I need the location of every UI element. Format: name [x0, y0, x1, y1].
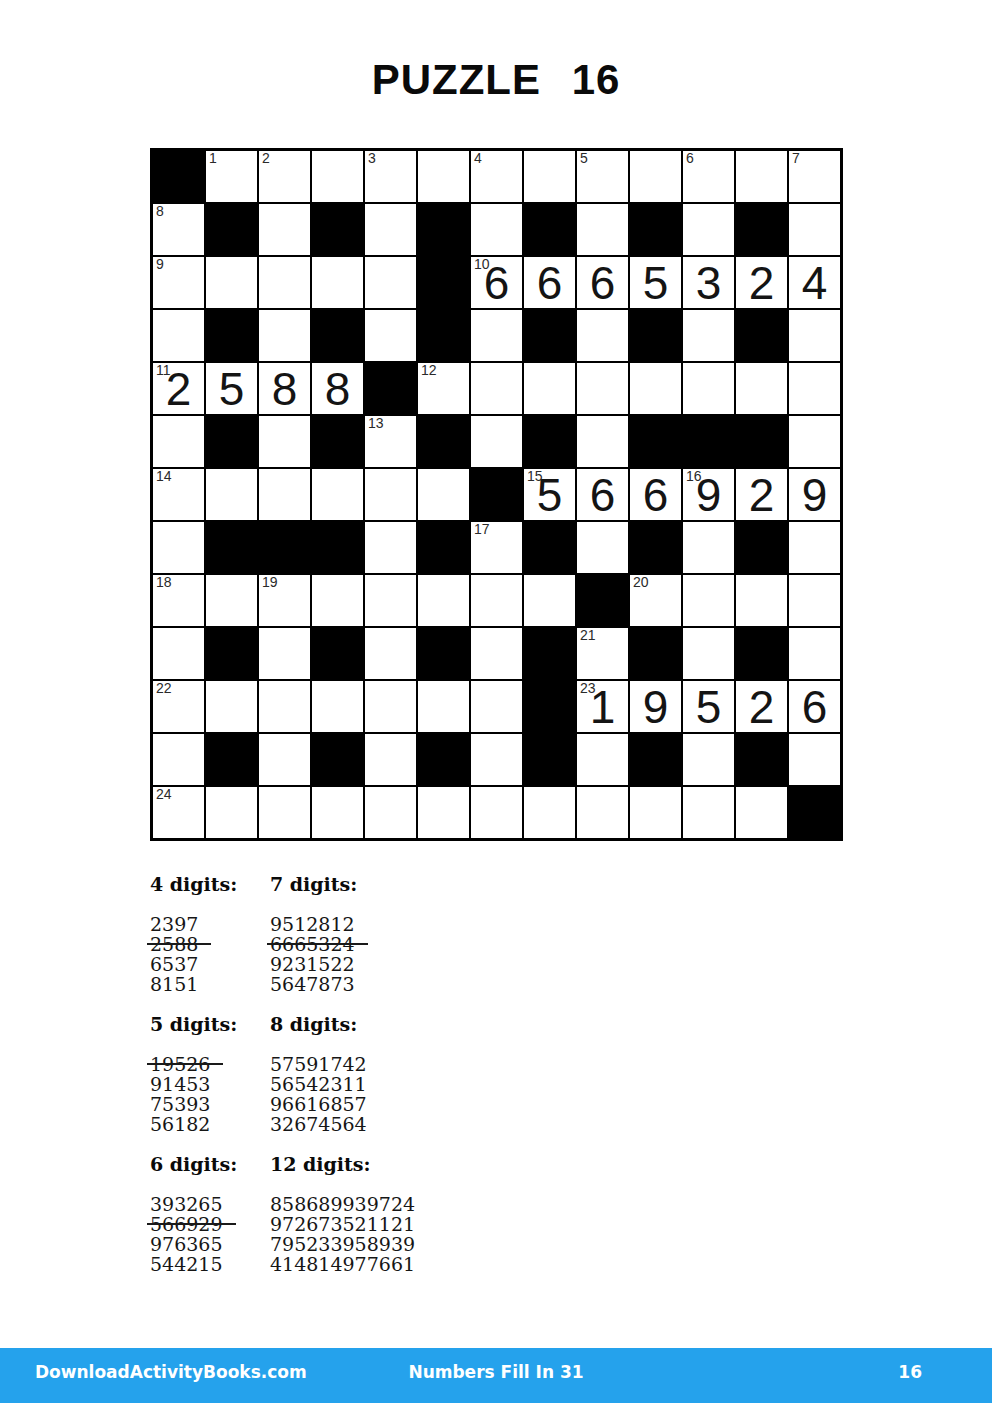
grid-cell-r11c4[interactable] [312, 681, 363, 732]
grid-cell-r11c2[interactable] [206, 681, 257, 732]
grid-cell-r9c2[interactable] [206, 575, 257, 626]
grid-cell-r8c5[interactable] [365, 522, 416, 573]
list-section-header: 7 digits: [270, 874, 415, 894]
clue-number: 7 [792, 151, 800, 166]
grid-cell-r12c10 [630, 734, 681, 785]
clue-number: 9 [156, 257, 164, 272]
list-section-12-digits: 12 digits:858689939724972673521121795233… [270, 1154, 415, 1274]
grid-cell-r6c5[interactable]: 13 [365, 416, 416, 467]
grid-cell-r5c1[interactable]: 112 [153, 363, 204, 414]
grid-cell-r3c8[interactable]: 6 [524, 257, 575, 308]
grid-cell-r5c4[interactable]: 8 [312, 363, 363, 414]
grid-cell-r5c2[interactable]: 5 [206, 363, 257, 414]
grid-cell-r3c1[interactable]: 9 [153, 257, 204, 308]
list-entry: 414814977661 [270, 1254, 415, 1274]
grid-cell-r6c2 [206, 416, 257, 467]
grid-cell-r11c9[interactable]: 231 [577, 681, 628, 732]
list-entry: 9512812 [270, 914, 355, 934]
grid-cell-r7c12[interactable]: 2 [736, 469, 787, 520]
grid-cell-r6c1[interactable] [153, 416, 204, 467]
grid-cell-r9c12[interactable] [736, 575, 787, 626]
grid-cell-r13c6[interactable] [418, 787, 469, 838]
grid-cell-r7c7 [471, 469, 522, 520]
grid-cell-r3c11[interactable]: 3 [683, 257, 734, 308]
clue-number: 11 [156, 363, 171, 378]
cell-digit: 5 [630, 257, 681, 310]
grid-cell-r7c2[interactable] [206, 469, 257, 520]
grid-cell-r4c7[interactable] [471, 310, 522, 361]
grid-cell-r8c2 [206, 522, 257, 573]
grid-cell-r1c10[interactable] [630, 151, 681, 202]
grid-cell-r7c9[interactable]: 6 [577, 469, 628, 520]
grid-cell-r12c2 [206, 734, 257, 785]
clue-number: 21 [580, 628, 596, 643]
grid-cell-r6c6 [418, 416, 469, 467]
footer-book-title: Numbers Fill In 31 [408, 1362, 583, 1382]
clue-number: 8 [156, 204, 164, 219]
grid-cell-r11c10[interactable]: 9 [630, 681, 681, 732]
grid-cell-r8c11[interactable] [683, 522, 734, 573]
list-section-header: 5 digits: [150, 1014, 270, 1034]
grid-cell-r10c9[interactable]: 21 [577, 628, 628, 679]
grid-cell-r9c3[interactable]: 19 [259, 575, 310, 626]
list-section-header: 8 digits: [270, 1014, 415, 1034]
grid-cell-r12c8 [524, 734, 575, 785]
clue-number: 2 [262, 151, 270, 166]
grid-cell-r10c3[interactable] [259, 628, 310, 679]
grid-cell-r2c12 [736, 204, 787, 255]
grid-cell-r6c9[interactable] [577, 416, 628, 467]
grid-cell-r12c11[interactable] [683, 734, 734, 785]
grid-cell-r9c11[interactable] [683, 575, 734, 626]
list-entry: 2397 [150, 914, 198, 934]
cell-digit: 6 [630, 469, 681, 522]
grid-cell-r12c1[interactable] [153, 734, 204, 785]
list-entry: 972673521121 [270, 1214, 415, 1234]
cell-digit: 2 [736, 257, 787, 310]
cell-digit: 8 [312, 363, 363, 416]
grid-cell-r4c6 [418, 310, 469, 361]
list-section-6-digits: 6 digits:393265566929976365544215 [150, 1154, 270, 1274]
grid-cell-r5c11[interactable] [683, 363, 734, 414]
grid-cell-r3c2[interactable] [206, 257, 257, 308]
list-entry-struck: 19526 [150, 1054, 210, 1074]
clue-number: 24 [156, 787, 172, 802]
grid-cell-r9c9 [577, 575, 628, 626]
footer-bar: DownloadActivityBooks.com Numbers Fill I… [0, 1348, 992, 1403]
grid-cell-r8c1[interactable] [153, 522, 204, 573]
grid-cell-r13c10[interactable] [630, 787, 681, 838]
grid-cell-r4c2 [206, 310, 257, 361]
grid-cell-r11c3[interactable] [259, 681, 310, 732]
clue-number: 15 [527, 469, 543, 484]
grid-cell-r9c4[interactable] [312, 575, 363, 626]
clue-number: 19 [262, 575, 278, 590]
cell-digit: 8 [259, 363, 310, 416]
grid-cell-r8c12 [736, 522, 787, 573]
clue-number: 16 [686, 469, 702, 484]
grid-cell-r13c9[interactable] [577, 787, 628, 838]
grid-cell-r4c4 [312, 310, 363, 361]
grid-cell-r8c6 [418, 522, 469, 573]
grid-cell-r9c5[interactable] [365, 575, 416, 626]
page-title: PUZZLE 16 [0, 58, 992, 102]
grid-cell-r9c8[interactable] [524, 575, 575, 626]
clue-number: 22 [156, 681, 172, 696]
grid-cell-r3c12[interactable]: 2 [736, 257, 787, 308]
grid-cell-r5c12[interactable] [736, 363, 787, 414]
grid-cell-r12c3[interactable] [259, 734, 310, 785]
grid-cell-r12c4 [312, 734, 363, 785]
list-entry: 9231522 [270, 954, 355, 974]
cell-digit: 6 [577, 257, 628, 310]
grid-cell-r10c2 [206, 628, 257, 679]
list-entry: 91453 [150, 1074, 210, 1094]
grid-cell-r13c5[interactable] [365, 787, 416, 838]
grid-cell-r2c5[interactable] [365, 204, 416, 255]
grid-cell-r1c1 [153, 151, 204, 202]
clue-number: 12 [421, 363, 437, 378]
list-entry: 976365 [150, 1234, 223, 1254]
clue-number: 17 [474, 522, 490, 537]
clue-number: 10 [474, 257, 490, 272]
cell-digit: 6 [577, 469, 628, 522]
grid-cell-r2c10 [630, 204, 681, 255]
grid-cell-r8c13[interactable] [789, 522, 840, 573]
cell-digit: 3 [683, 257, 734, 310]
cell-digit: 2 [736, 469, 787, 522]
grid-cell-r1c2[interactable]: 1 [206, 151, 257, 202]
grid-cell-r8c3 [259, 522, 310, 573]
grid-cell-r12c7[interactable] [471, 734, 522, 785]
grid-cell-r1c5[interactable]: 3 [365, 151, 416, 202]
grid-cell-r10c10 [630, 628, 681, 679]
list-entry: 56542311 [270, 1074, 367, 1094]
list-entry: 6537 [150, 954, 198, 974]
grid-cell-r2c8 [524, 204, 575, 255]
list-entry-struck: 2588 [150, 934, 198, 954]
grid-cell-r12c6 [418, 734, 469, 785]
grid-cell-r13c8[interactable] [524, 787, 575, 838]
grid-cell-r4c3[interactable] [259, 310, 310, 361]
grid-cell-r2c4 [312, 204, 363, 255]
clue-number: 20 [633, 575, 649, 590]
clue-number: 4 [474, 151, 482, 166]
list-entry: 56182 [150, 1114, 210, 1134]
grid-cell-r7c1[interactable]: 14 [153, 469, 204, 520]
grid-cell-r10c8 [524, 628, 575, 679]
list-section-8-digits: 8 digits:5759174256542311966168573267456… [270, 1014, 415, 1134]
cell-digit: 6 [789, 681, 840, 734]
grid-cell-r13c13 [789, 787, 840, 838]
puzzle-grid: 1234567891066653241125881213141556616929… [150, 148, 843, 841]
list-entry: 57591742 [270, 1054, 367, 1074]
grid-cell-r5c13[interactable] [789, 363, 840, 414]
grid-cell-r3c3[interactable] [259, 257, 310, 308]
grid-cell-r5c6[interactable]: 12 [418, 363, 469, 414]
grid-cell-r1c12[interactable] [736, 151, 787, 202]
grid-cell-r5c8[interactable] [524, 363, 575, 414]
cell-digit: 2 [736, 681, 787, 734]
clue-number: 1 [209, 151, 217, 166]
grid-cell-r13c4[interactable] [312, 787, 363, 838]
clue-number: 18 [156, 575, 172, 590]
list-section-4-digits: 4 digits:2397258865378151 [150, 874, 270, 994]
grid-cell-r6c4 [312, 416, 363, 467]
cell-digit: 5 [206, 363, 257, 416]
list-entry: 5647873 [270, 974, 355, 994]
list-entry: 96616857 [270, 1094, 367, 1114]
grid-cell-r3c13[interactable]: 4 [789, 257, 840, 308]
grid-cell-r6c12 [736, 416, 787, 467]
grid-cell-r2c2 [206, 204, 257, 255]
grid-cell-r4c1[interactable] [153, 310, 204, 361]
grid-cell-r3c4[interactable] [312, 257, 363, 308]
grid-cell-r2c6 [418, 204, 469, 255]
grid-cell-r9c6[interactable] [418, 575, 469, 626]
grid-cell-r2c3[interactable] [259, 204, 310, 255]
grid-cell-r7c5[interactable] [365, 469, 416, 520]
cell-digit: 4 [789, 257, 840, 310]
grid-cell-r1c7[interactable]: 4 [471, 151, 522, 202]
grid-cell-r8c8 [524, 522, 575, 573]
footer-page-number: 16 [898, 1362, 922, 1382]
grid-cell-r2c13[interactable] [789, 204, 840, 255]
grid-cell-r4c11[interactable] [683, 310, 734, 361]
grid-cell-r11c13[interactable]: 6 [789, 681, 840, 732]
grid-cell-r9c10[interactable]: 20 [630, 575, 681, 626]
grid-cell-r2c11[interactable] [683, 204, 734, 255]
grid-cell-r6c10 [630, 416, 681, 467]
clue-number: 13 [368, 416, 384, 431]
grid-cell-r12c9[interactable] [577, 734, 628, 785]
list-entry: 795233958939 [270, 1234, 415, 1254]
grid-cell-r5c7[interactable] [471, 363, 522, 414]
grid-cell-r13c1[interactable]: 24 [153, 787, 204, 838]
grid-cell-r10c1[interactable] [153, 628, 204, 679]
list-entry-struck: 566929 [150, 1214, 223, 1234]
grid-cell-r10c7[interactable] [471, 628, 522, 679]
grid-cell-r3c5[interactable] [365, 257, 416, 308]
grid-cell-r5c5 [365, 363, 416, 414]
grid-cell-r7c11[interactable]: 169 [683, 469, 734, 520]
grid-cell-r11c11[interactable]: 5 [683, 681, 734, 732]
grid-cell-r5c10[interactable] [630, 363, 681, 414]
number-lists: 4 digits:23972588653781517 digits:951281… [150, 874, 415, 1274]
list-entry-struck: 6665324 [270, 934, 355, 954]
grid-cell-r10c4 [312, 628, 363, 679]
list-entry: 8151 [150, 974, 198, 994]
grid-cell-r12c5[interactable] [365, 734, 416, 785]
grid-cell-r7c6[interactable] [418, 469, 469, 520]
grid-cell-r7c3[interactable] [259, 469, 310, 520]
grid-cell-r4c13[interactable] [789, 310, 840, 361]
grid-cell-r1c11[interactable]: 6 [683, 151, 734, 202]
grid-cell-r6c8 [524, 416, 575, 467]
list-section-header: 12 digits: [270, 1154, 415, 1174]
grid-cell-r2c1[interactable]: 8 [153, 204, 204, 255]
grid-cell-r2c7[interactable] [471, 204, 522, 255]
list-section-header: 6 digits: [150, 1154, 270, 1174]
grid-cell-r13c11[interactable] [683, 787, 734, 838]
grid-cell-r13c3[interactable] [259, 787, 310, 838]
list-entry: 858689939724 [270, 1194, 415, 1214]
grid-cell-r1c9[interactable]: 5 [577, 151, 628, 202]
grid-cell-r11c5[interactable] [365, 681, 416, 732]
list-entry: 75393 [150, 1094, 210, 1114]
clue-number: 23 [580, 681, 596, 696]
grid-cell-r13c12[interactable] [736, 787, 787, 838]
list-entry: 393265 [150, 1194, 223, 1214]
cell-digit: 9 [789, 469, 840, 522]
grid-cell-r10c6 [418, 628, 469, 679]
grid-cell-r7c8[interactable]: 155 [524, 469, 575, 520]
grid-cell-r8c10 [630, 522, 681, 573]
grid-cell-r8c4 [312, 522, 363, 573]
grid-cell-r5c9[interactable] [577, 363, 628, 414]
grid-cell-r6c11 [683, 416, 734, 467]
grid-cell-r11c7[interactable] [471, 681, 522, 732]
grid-cell-r7c13[interactable]: 9 [789, 469, 840, 520]
list-section-5-digits: 5 digits:19526914537539356182 [150, 1014, 270, 1134]
grid-cell-r8c9[interactable] [577, 522, 628, 573]
grid-cell-r1c13[interactable]: 7 [789, 151, 840, 202]
grid-cell-r9c7[interactable] [471, 575, 522, 626]
grid-cell-r1c8[interactable] [524, 151, 575, 202]
grid-cell-r11c1[interactable]: 22 [153, 681, 204, 732]
grid-cell-r1c4[interactable] [312, 151, 363, 202]
grid-cell-r1c3[interactable]: 2 [259, 151, 310, 202]
grid-cell-r12c13[interactable] [789, 734, 840, 785]
list-entry: 544215 [150, 1254, 223, 1274]
grid-cell-r3c9[interactable]: 6 [577, 257, 628, 308]
grid-cell-r10c13[interactable] [789, 628, 840, 679]
cell-digit: 9 [630, 681, 681, 734]
grid-cell-r3c6 [418, 257, 469, 308]
grid-cell-r3c10[interactable]: 5 [630, 257, 681, 308]
grid-cell-r10c5[interactable] [365, 628, 416, 679]
list-section-7-digits: 7 digits:9512812666532492315225647873 [270, 874, 415, 994]
grid-cell-r11c8 [524, 681, 575, 732]
grid-cell-r4c9[interactable] [577, 310, 628, 361]
grid-cell-r2c9[interactable] [577, 204, 628, 255]
grid-cell-r4c5[interactable] [365, 310, 416, 361]
grid-cell-r4c10 [630, 310, 681, 361]
grid-cell-r13c7[interactable] [471, 787, 522, 838]
grid-cell-r10c11[interactable] [683, 628, 734, 679]
grid-cell-r7c4[interactable] [312, 469, 363, 520]
grid-cell-r4c12 [736, 310, 787, 361]
grid-cell-r8c7[interactable]: 17 [471, 522, 522, 573]
list-entry: 32674564 [270, 1114, 367, 1134]
clue-number: 6 [686, 151, 694, 166]
grid-cell-r9c1[interactable]: 18 [153, 575, 204, 626]
grid-cell-r11c12[interactable]: 2 [736, 681, 787, 732]
grid-cell-r9c13[interactable] [789, 575, 840, 626]
grid-cell-r1c6[interactable] [418, 151, 469, 202]
grid-cell-r12c12 [736, 734, 787, 785]
clue-number: 14 [156, 469, 172, 484]
grid-cell-r11c6[interactable] [418, 681, 469, 732]
cell-digit: 6 [524, 257, 575, 310]
grid-cell-r7c10[interactable]: 6 [630, 469, 681, 520]
cell-digit: 5 [683, 681, 734, 734]
grid-cell-r13c2[interactable] [206, 787, 257, 838]
clue-number: 3 [368, 151, 376, 166]
clue-number: 5 [580, 151, 588, 166]
grid-cell-r6c13[interactable] [789, 416, 840, 467]
grid-cell-r3c7[interactable]: 106 [471, 257, 522, 308]
grid-cell-r4c8 [524, 310, 575, 361]
footer-site-name: DownloadActivityBooks.com [35, 1362, 307, 1382]
grid-cell-r5c3[interactable]: 8 [259, 363, 310, 414]
grid-cell-r6c7[interactable] [471, 416, 522, 467]
list-section-header: 4 digits: [150, 874, 270, 894]
grid-cell-r6c3[interactable] [259, 416, 310, 467]
grid-cell-r10c12 [736, 628, 787, 679]
